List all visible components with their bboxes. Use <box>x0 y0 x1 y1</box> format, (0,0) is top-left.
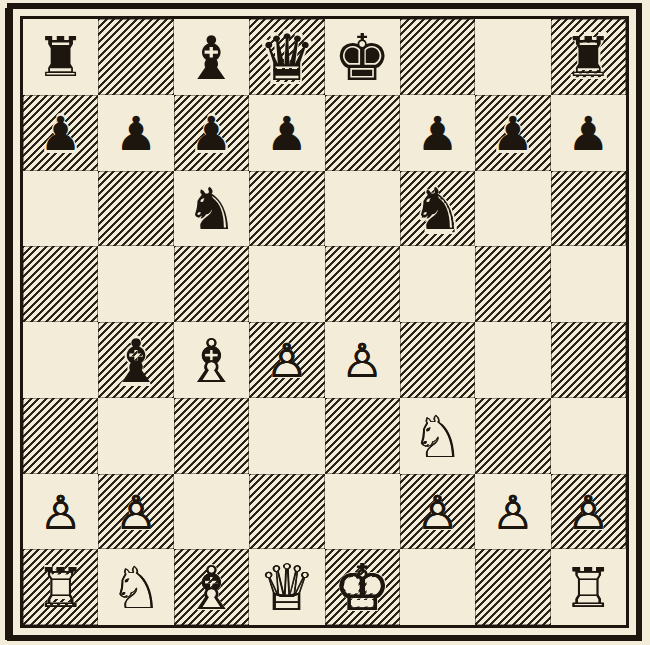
white-knight-icon: ♘ <box>400 399 475 474</box>
white-king-icon: ♔ <box>325 550 400 625</box>
square-g6 <box>475 171 550 247</box>
piece-white-rook-h1: ♜♖ <box>551 549 626 625</box>
white-knight-icon: ♘ <box>98 550 173 625</box>
piece-white-bishop-c4: ♝♗ <box>174 322 249 398</box>
square-b2: ♟♙ <box>98 474 173 550</box>
square-e8: ♚♚ <box>325 19 400 95</box>
square-a1: ♜♖ <box>23 549 98 625</box>
black-pawn-icon: ♟ <box>23 96 98 171</box>
white-pawn-icon: ♙ <box>325 323 400 398</box>
square-b8 <box>98 19 173 95</box>
square-e7 <box>325 95 400 171</box>
black-queen-icon: ♛ <box>249 20 324 95</box>
piece-black-rook-a8: ♜♜ <box>23 19 98 95</box>
square-c4: ♝♗ <box>174 322 249 398</box>
piece-white-pawn-d4: ♟♙ <box>249 322 324 398</box>
square-e2 <box>325 474 400 550</box>
square-d4: ♟♙ <box>249 322 324 398</box>
piece-black-queen-d8: ♛♛ <box>249 19 324 95</box>
black-rook-icon: ♜ <box>551 20 626 95</box>
piece-white-king-e1: ♚♔ <box>325 549 400 625</box>
black-pawn-icon: ♟ <box>98 96 173 171</box>
piece-black-knight-c6: ♞♞ <box>174 171 249 247</box>
square-c5 <box>174 246 249 322</box>
piece-white-pawn-h2: ♟♙ <box>551 474 626 550</box>
square-g5 <box>475 246 550 322</box>
square-f6: ♞♞ <box>400 171 475 247</box>
square-f1 <box>400 549 475 625</box>
piece-black-bishop-c8: ♝♝ <box>174 19 249 95</box>
square-b1: ♞♘ <box>98 549 173 625</box>
piece-black-knight-f6: ♞♞ <box>400 171 475 247</box>
square-b7: ♟♟ <box>98 95 173 171</box>
square-a6 <box>23 171 98 247</box>
square-f7: ♟♟ <box>400 95 475 171</box>
square-a8: ♜♜ <box>23 19 98 95</box>
square-c8: ♝♝ <box>174 19 249 95</box>
square-d8: ♛♛ <box>249 19 324 95</box>
piece-white-pawn-f2: ♟♙ <box>400 474 475 550</box>
piece-black-bishop-b4: ♝♝ <box>98 322 173 398</box>
piece-black-pawn-f7: ♟♟ <box>400 95 475 171</box>
square-f2: ♟♙ <box>400 474 475 550</box>
square-h4 <box>551 322 626 398</box>
piece-white-pawn-g2: ♟♙ <box>475 474 550 550</box>
black-pawn-icon: ♟ <box>174 96 249 171</box>
square-g8 <box>475 19 550 95</box>
white-pawn-icon: ♙ <box>23 475 98 550</box>
white-pawn-icon: ♙ <box>249 323 324 398</box>
white-pawn-icon: ♙ <box>475 475 550 550</box>
square-h5 <box>551 246 626 322</box>
square-e1: ♚♔ <box>325 549 400 625</box>
white-pawn-icon: ♙ <box>551 475 626 550</box>
square-f3: ♞♘ <box>400 398 475 474</box>
square-c3 <box>174 398 249 474</box>
piece-black-pawn-d7: ♟♟ <box>249 95 324 171</box>
square-e3 <box>325 398 400 474</box>
piece-white-queen-d1: ♛♕ <box>249 549 324 625</box>
black-bishop-icon: ♝ <box>174 20 249 95</box>
piece-black-pawn-b7: ♟♟ <box>98 95 173 171</box>
square-d7: ♟♟ <box>249 95 324 171</box>
square-b3 <box>98 398 173 474</box>
square-a2: ♟♙ <box>23 474 98 550</box>
square-b6 <box>98 171 173 247</box>
square-g2: ♟♙ <box>475 474 550 550</box>
square-h6 <box>551 171 626 247</box>
square-e4: ♟♙ <box>325 322 400 398</box>
square-d2 <box>249 474 324 550</box>
white-bishop-icon: ♗ <box>174 550 249 625</box>
black-king-icon: ♚ <box>325 20 400 95</box>
black-rook-icon: ♜ <box>23 20 98 95</box>
square-c2 <box>174 474 249 550</box>
square-e5 <box>325 246 400 322</box>
white-pawn-icon: ♙ <box>98 475 173 550</box>
piece-black-rook-h8: ♜♜ <box>551 19 626 95</box>
square-g3 <box>475 398 550 474</box>
piece-black-pawn-a7: ♟♟ <box>23 95 98 171</box>
piece-black-pawn-c7: ♟♟ <box>174 95 249 171</box>
piece-white-pawn-a2: ♟♙ <box>23 474 98 550</box>
square-g7: ♟♟ <box>475 95 550 171</box>
square-d5 <box>249 246 324 322</box>
square-h7: ♟♟ <box>551 95 626 171</box>
square-c1: ♝♗ <box>174 549 249 625</box>
chessboard: ♜♜♝♝♛♛♚♚♜♜♟♟♟♟♟♟♟♟♟♟♟♟♟♟♞♞♞♞♝♝♝♗♟♙♟♙♞♘♟♙… <box>20 16 629 628</box>
white-pawn-icon: ♙ <box>400 475 475 550</box>
black-bishop-icon: ♝ <box>98 323 173 398</box>
black-pawn-icon: ♟ <box>400 96 475 171</box>
scanned-book-page: ♜♜♝♝♛♛♚♚♜♜♟♟♟♟♟♟♟♟♟♟♟♟♟♟♞♞♞♞♝♝♝♗♟♙♟♙♞♘♟♙… <box>0 0 650 645</box>
square-g1 <box>475 549 550 625</box>
piece-white-pawn-b2: ♟♙ <box>98 474 173 550</box>
black-pawn-icon: ♟ <box>249 96 324 171</box>
square-d1: ♛♕ <box>249 549 324 625</box>
square-h1: ♜♖ <box>551 549 626 625</box>
square-a5 <box>23 246 98 322</box>
square-a4 <box>23 322 98 398</box>
piece-white-bishop-c1: ♝♗ <box>174 549 249 625</box>
square-b5 <box>98 246 173 322</box>
square-a3 <box>23 398 98 474</box>
piece-white-pawn-e4: ♟♙ <box>325 322 400 398</box>
black-pawn-icon: ♟ <box>551 96 626 171</box>
square-f5 <box>400 246 475 322</box>
piece-white-knight-b1: ♞♘ <box>98 549 173 625</box>
white-queen-icon: ♕ <box>249 550 324 625</box>
square-d6 <box>249 171 324 247</box>
square-g4 <box>475 322 550 398</box>
square-h8: ♜♜ <box>551 19 626 95</box>
piece-black-king-e8: ♚♚ <box>325 19 400 95</box>
square-d3 <box>249 398 324 474</box>
square-c6: ♞♞ <box>174 171 249 247</box>
white-rook-icon: ♖ <box>551 550 626 625</box>
black-pawn-icon: ♟ <box>475 96 550 171</box>
square-a7: ♟♟ <box>23 95 98 171</box>
white-rook-icon: ♖ <box>23 550 98 625</box>
piece-black-pawn-h7: ♟♟ <box>551 95 626 171</box>
black-knight-icon: ♞ <box>174 172 249 247</box>
chessboard-frame: ♜♜♝♝♛♛♚♚♜♜♟♟♟♟♟♟♟♟♟♟♟♟♟♟♞♞♞♞♝♝♝♗♟♙♟♙♞♘♟♙… <box>7 3 642 641</box>
square-h2: ♟♙ <box>551 474 626 550</box>
piece-white-knight-f3: ♞♘ <box>400 398 475 474</box>
piece-black-pawn-g7: ♟♟ <box>475 95 550 171</box>
piece-white-rook-a1: ♜♖ <box>23 549 98 625</box>
square-h3 <box>551 398 626 474</box>
square-e6 <box>325 171 400 247</box>
black-knight-icon: ♞ <box>400 172 475 247</box>
square-f4 <box>400 322 475 398</box>
square-c7: ♟♟ <box>174 95 249 171</box>
square-f8 <box>400 19 475 95</box>
square-b4: ♝♝ <box>98 322 173 398</box>
white-bishop-icon: ♗ <box>174 323 249 398</box>
